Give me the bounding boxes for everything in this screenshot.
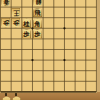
piece-kanji: 角	[34, 20, 40, 28]
piece-kanji: 歩	[13, 19, 19, 27]
shogi-board[interactable]: 香銀王飛歩歩桂角歩歩	[0, 0, 97, 93]
piece-kanji: 王	[13, 8, 19, 16]
piece-kanji: 銀	[34, 0, 40, 5]
piece-kanji: 歩	[34, 31, 40, 39]
hand-piece-kanji-mark	[15, 93, 17, 96]
piece-king-8b[interactable]: 王	[11, 8, 20, 18]
board-right-margin	[97, 0, 101, 92]
piece-kanji: 桂	[24, 20, 30, 28]
piece-kanji: 香	[2, 0, 8, 5]
piece-kanji: 歩	[24, 31, 30, 39]
shogi-app-screen: 香銀王飛歩歩桂角歩歩	[0, 0, 100, 100]
hand-piece-kanji-mark	[5, 93, 7, 96]
piece-kanji: 歩	[2, 19, 8, 27]
piece-kanji: 飛	[34, 9, 40, 17]
